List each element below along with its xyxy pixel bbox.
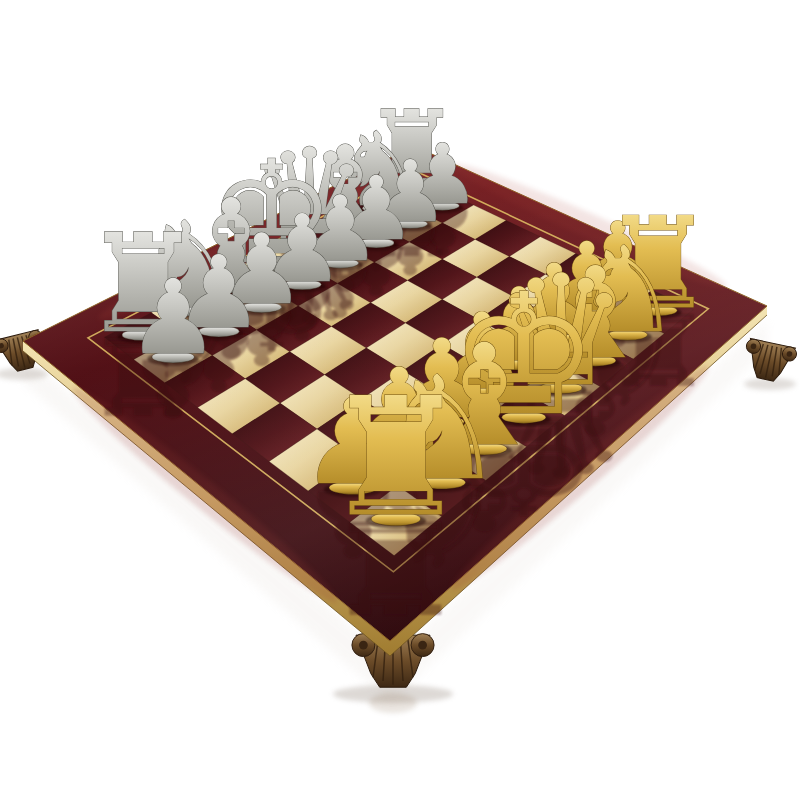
piece-silver-black-pawn-h7: ♟♟ — [127, 257, 219, 435]
black-pawn-glyph: ♟ — [127, 257, 219, 377]
foot-volute-center — [418, 641, 427, 650]
foot-volute-center — [359, 641, 368, 650]
foot-reflection-near — [369, 693, 417, 713]
chess-set-photo: ♜♜♟♟♞♞♟♟♝♝♟♟♛♛♟♟♚♚♟♟♝♝♟♟♟♟♞♞♜♜♟♟♟♟♞♞♜♜♟♟… — [0, 0, 800, 800]
piece-gold-white-rook-h1: ♜♜ — [323, 363, 469, 641]
pieces: ♜♜♟♟♞♞♟♟♝♝♟♟♛♛♟♟♚♚♟♟♝♝♟♟♟♟♞♞♜♜♟♟♟♟♞♞♜♜♟♟… — [82, 87, 715, 641]
chess-board-scene: ♜♜♟♟♞♞♟♟♝♝♟♟♛♛♟♟♚♚♟♟♝♝♟♟♟♟♞♞♜♜♟♟♟♟♞♞♜♜♟♟… — [0, 0, 800, 800]
white-rook-glyph: ♜ — [323, 363, 469, 552]
